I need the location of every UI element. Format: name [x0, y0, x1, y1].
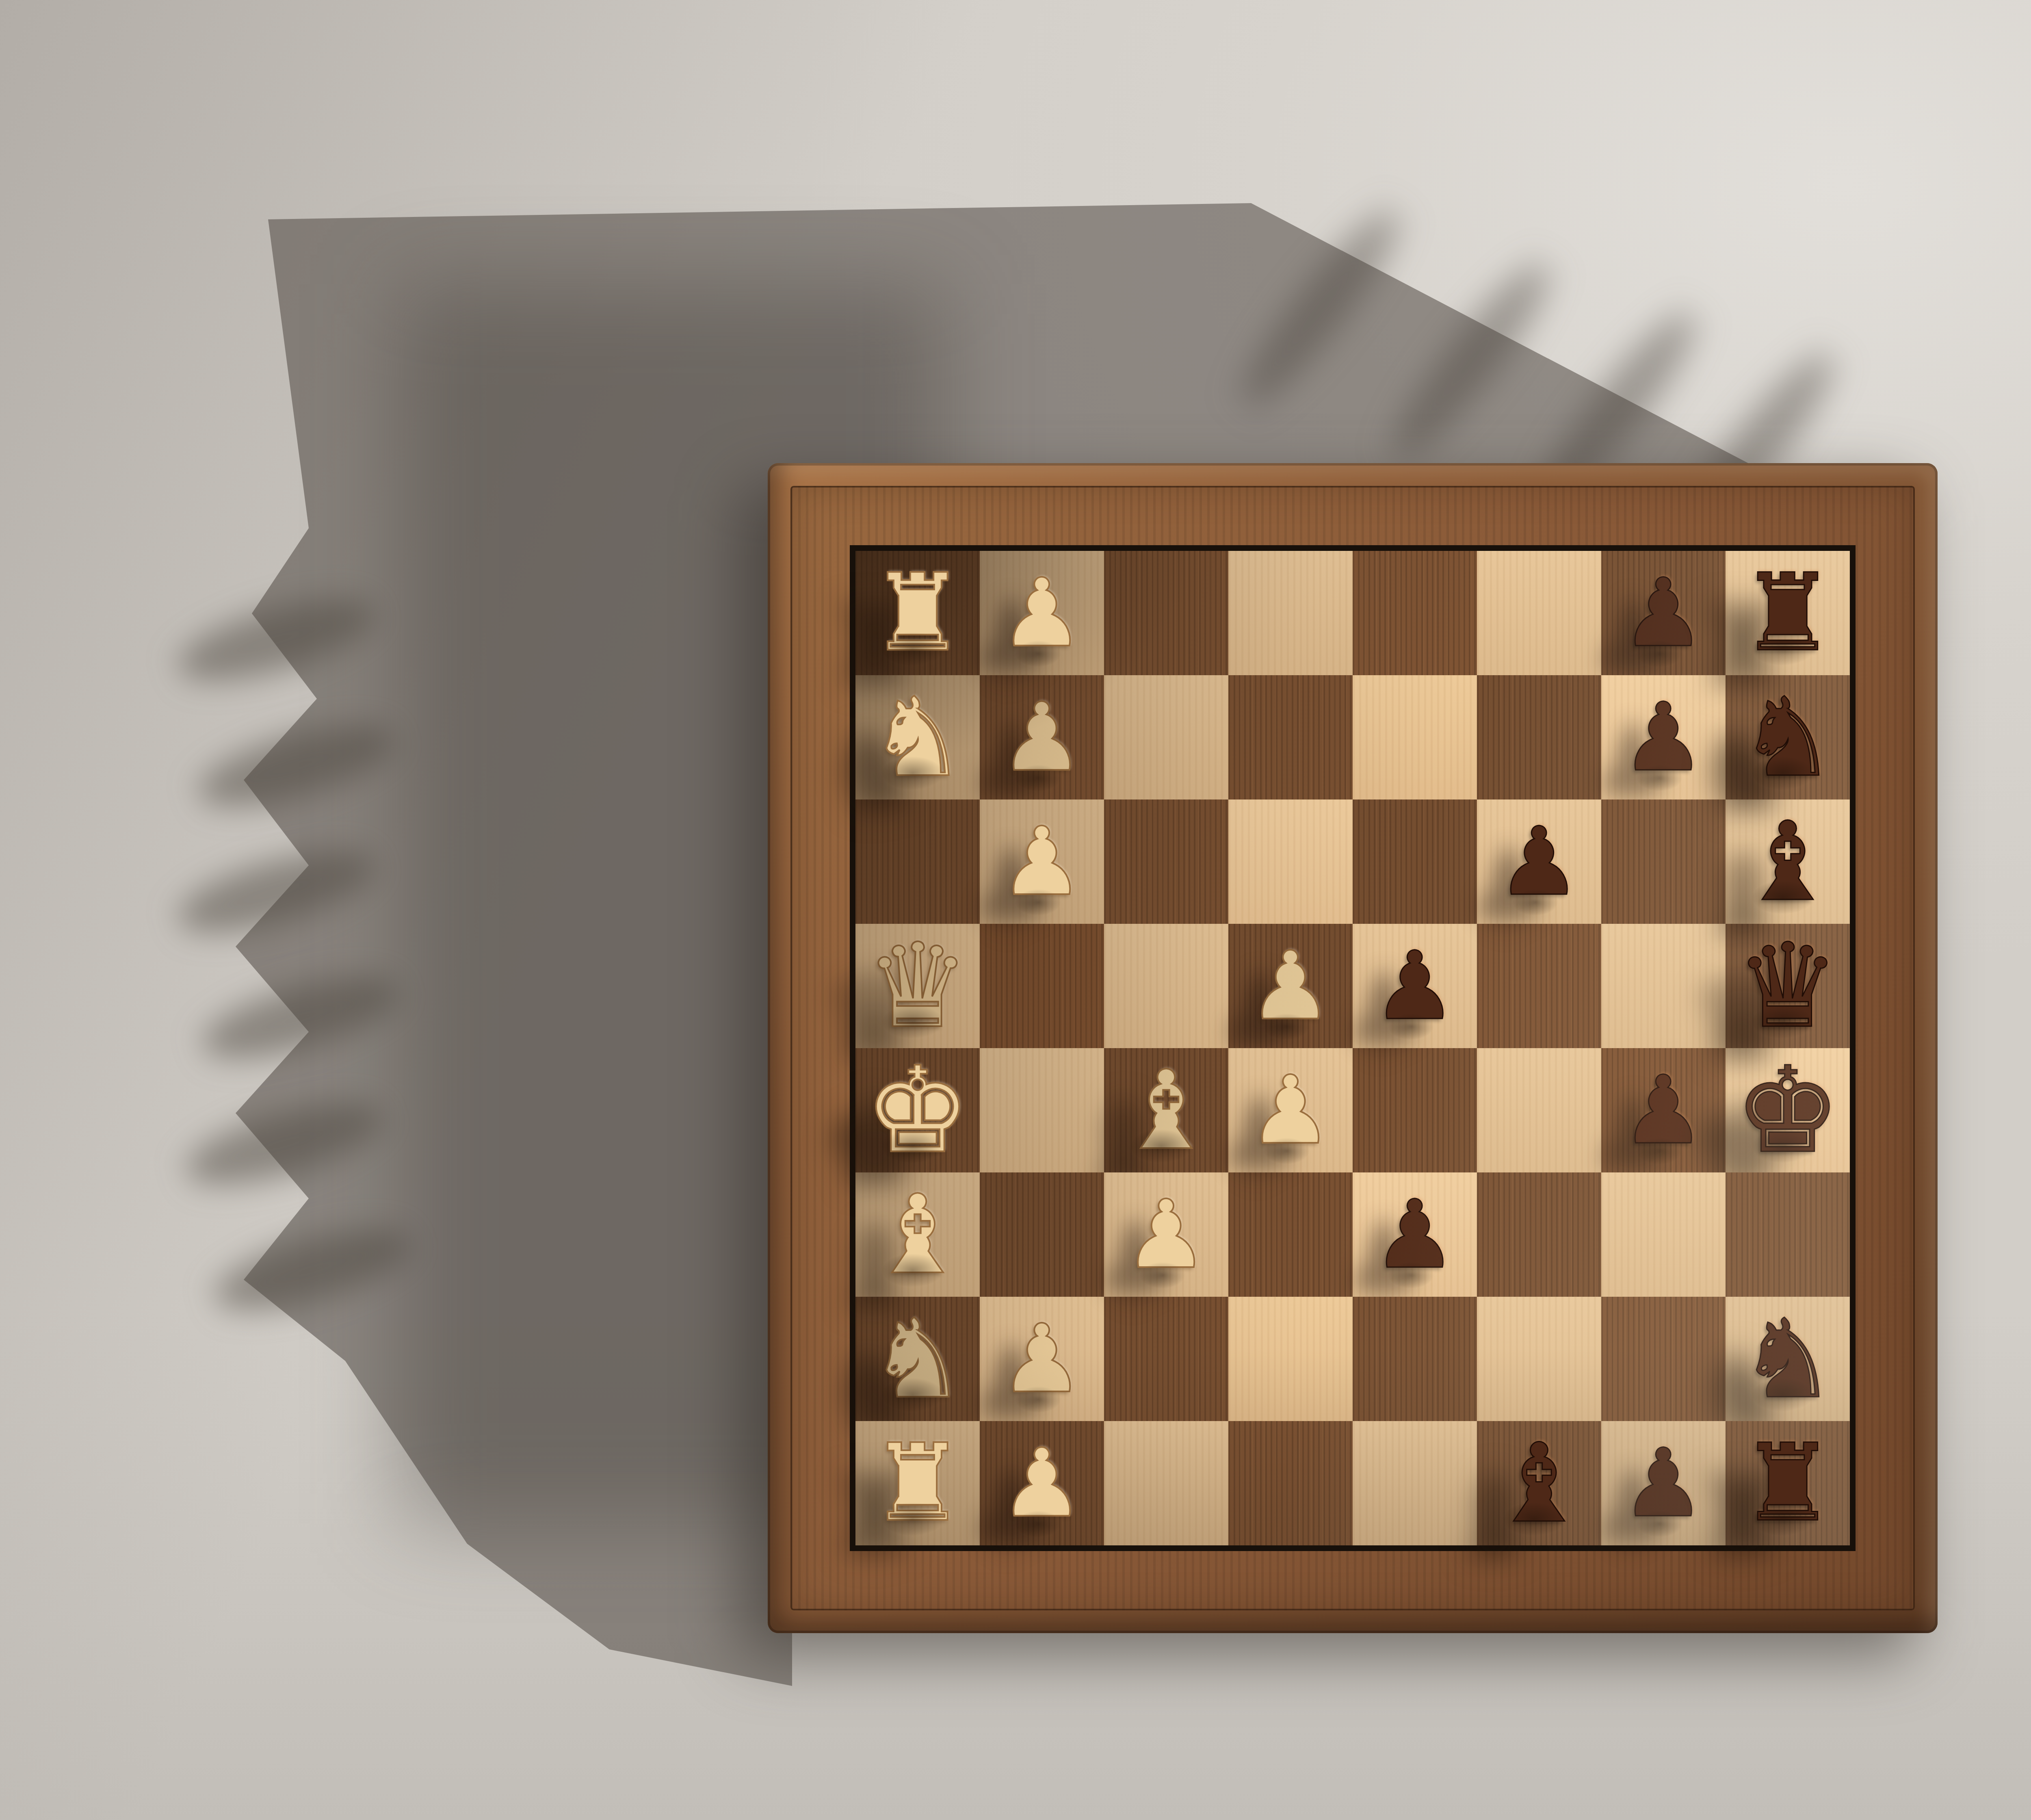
- piece-white-pawn: ♟: [980, 1421, 1104, 1545]
- square-e5: [1353, 1048, 1477, 1172]
- square-h6: ♝: [1477, 1421, 1601, 1545]
- square-b6: [1477, 675, 1601, 799]
- square-a8: ♜: [1726, 551, 1850, 675]
- square-a4: [1228, 551, 1353, 675]
- square-e6: [1477, 1048, 1601, 1172]
- square-e3: ♝: [1104, 1048, 1228, 1172]
- piece-white-rook: ♜: [855, 551, 980, 675]
- square-a5: [1353, 551, 1477, 675]
- square-f1: ♝: [855, 1172, 980, 1297]
- white-pawn-icon: ♟: [1000, 815, 1084, 909]
- square-h3: [1104, 1421, 1228, 1545]
- square-g5: [1353, 1297, 1477, 1421]
- black-bishop-icon: ♝: [1739, 807, 1836, 916]
- white-pawn-icon: ♟: [1248, 1063, 1333, 1157]
- white-knight-icon: ♞: [869, 683, 966, 792]
- square-h1: ♜: [855, 1421, 980, 1545]
- square-b5: [1353, 675, 1477, 799]
- square-g7: [1601, 1297, 1726, 1421]
- square-a6: [1477, 551, 1601, 675]
- square-a2: ♟: [980, 551, 1104, 675]
- white-pawn-icon: ♟: [1000, 690, 1084, 784]
- piece-black-pawn: ♟: [1353, 1172, 1477, 1297]
- square-g8: ♞: [1726, 1297, 1850, 1421]
- square-f8: [1726, 1172, 1850, 1297]
- square-d1: ♛: [855, 924, 980, 1048]
- black-pawn-icon: ♟: [1621, 1063, 1706, 1157]
- square-d4: ♟: [1228, 924, 1353, 1048]
- square-b1: ♞: [855, 675, 980, 799]
- piece-black-pawn: ♟: [1601, 1048, 1726, 1172]
- black-pawn-icon: ♟: [1621, 1436, 1706, 1530]
- white-knight-icon: ♞: [869, 1304, 966, 1413]
- square-g4: [1228, 1297, 1353, 1421]
- square-b4: [1228, 675, 1353, 799]
- square-b2: ♟: [980, 675, 1104, 799]
- black-pawn-icon: ♟: [1497, 815, 1581, 909]
- piece-white-knight: ♞: [855, 675, 980, 799]
- black-knight-icon: ♞: [1739, 683, 1836, 792]
- chess-board: ♜♟♟♜♞♟♟♞♟♟♝♛♟♟♛♚♝♟♟♚♝♟♟♞♟♞♜♟♝♟♜: [850, 545, 1856, 1551]
- square-f6: [1477, 1172, 1601, 1297]
- white-pawn-icon: ♟: [1000, 566, 1084, 660]
- black-pawn-icon: ♟: [1373, 939, 1457, 1033]
- piece-black-pawn: ♟: [1477, 799, 1601, 924]
- black-king-icon: ♚: [1734, 1051, 1841, 1170]
- white-pawn-icon: ♟: [1124, 1187, 1208, 1282]
- square-b3: [1104, 675, 1228, 799]
- square-f2: [980, 1172, 1104, 1297]
- square-d7: [1601, 924, 1726, 1048]
- square-a3: [1104, 551, 1228, 675]
- square-g2: ♟: [980, 1297, 1104, 1421]
- square-c8: ♝: [1726, 799, 1850, 924]
- square-d2: [980, 924, 1104, 1048]
- white-rook-icon: ♜: [870, 1430, 966, 1536]
- black-knight-icon: ♞: [1739, 1304, 1836, 1413]
- square-e4: ♟: [1228, 1048, 1353, 1172]
- square-e1: ♚: [855, 1048, 980, 1172]
- square-a1: ♜: [855, 551, 980, 675]
- white-queen-icon: ♛: [866, 928, 970, 1044]
- square-f5: ♟: [1353, 1172, 1477, 1297]
- square-f4: [1228, 1172, 1353, 1297]
- black-pawn-icon: ♟: [1373, 1187, 1457, 1282]
- piece-white-king: ♚: [855, 1048, 980, 1172]
- square-d5: ♟: [1353, 924, 1477, 1048]
- white-king-icon: ♚: [864, 1051, 971, 1170]
- piece-white-knight: ♞: [855, 1297, 980, 1421]
- square-e7: ♟: [1601, 1048, 1726, 1172]
- piece-black-bishop: ♝: [1726, 799, 1850, 924]
- square-b7: ♟: [1601, 675, 1726, 799]
- white-pawn-icon: ♟: [1248, 939, 1333, 1033]
- piece-black-pawn: ♟: [1353, 924, 1477, 1048]
- piece-white-pawn: ♟: [980, 551, 1104, 675]
- square-c5: [1353, 799, 1477, 924]
- square-d3: [1104, 924, 1228, 1048]
- piece-black-rook: ♜: [1726, 551, 1850, 675]
- square-c6: ♟: [1477, 799, 1601, 924]
- black-rook-icon: ♜: [1740, 560, 1836, 666]
- white-pawn-icon: ♟: [1000, 1436, 1084, 1530]
- white-bishop-icon: ♝: [869, 1180, 966, 1289]
- square-g6: [1477, 1297, 1601, 1421]
- black-rook-icon: ♜: [1740, 1430, 1836, 1536]
- square-f7: [1601, 1172, 1726, 1297]
- piece-white-pawn: ♟: [1104, 1172, 1228, 1297]
- square-c7: [1601, 799, 1726, 924]
- piece-white-queen: ♛: [855, 924, 980, 1048]
- piece-black-rook: ♜: [1726, 1421, 1850, 1545]
- chess-board-frame: ♜♟♟♜♞♟♟♞♟♟♝♛♟♟♛♚♝♟♟♚♝♟♟♞♟♞♜♟♝♟♜: [768, 463, 1938, 1633]
- piece-white-pawn: ♟: [1228, 924, 1353, 1048]
- piece-white-pawn: ♟: [1228, 1048, 1353, 1172]
- square-h4: [1228, 1421, 1353, 1545]
- square-e2: [980, 1048, 1104, 1172]
- piece-black-knight: ♞: [1726, 1297, 1850, 1421]
- square-c2: ♟: [980, 799, 1104, 924]
- square-f3: ♟: [1104, 1172, 1228, 1297]
- square-h7: ♟: [1601, 1421, 1726, 1545]
- square-h2: ♟: [980, 1421, 1104, 1545]
- black-pawn-icon: ♟: [1621, 566, 1706, 660]
- piece-black-pawn: ♟: [1601, 1421, 1726, 1545]
- piece-black-queen: ♛: [1726, 924, 1850, 1048]
- square-b8: ♞: [1726, 675, 1850, 799]
- square-c1: [855, 799, 980, 924]
- piece-black-knight: ♞: [1726, 675, 1850, 799]
- piece-white-rook: ♜: [855, 1421, 980, 1545]
- piece-white-pawn: ♟: [980, 1297, 1104, 1421]
- black-pawn-icon: ♟: [1621, 690, 1706, 784]
- piece-white-pawn: ♟: [980, 799, 1104, 924]
- piece-black-bishop: ♝: [1477, 1421, 1601, 1545]
- chess-board-border: ♜♟♟♜♞♟♟♞♟♟♝♛♟♟♛♚♝♟♟♚♝♟♟♞♟♞♜♟♝♟♜: [790, 486, 1915, 1610]
- square-c4: [1228, 799, 1353, 924]
- white-bishop-icon: ♝: [1117, 1056, 1215, 1165]
- square-d8: ♛: [1726, 924, 1850, 1048]
- photo-scene: ♜♟♟♜♞♟♟♞♟♟♝♛♟♟♛♚♝♟♟♚♝♟♟♞♟♞♜♟♝♟♜: [0, 0, 2031, 1820]
- square-h5: [1353, 1421, 1477, 1545]
- white-rook-icon: ♜: [870, 560, 966, 666]
- piece-white-bishop: ♝: [1104, 1048, 1228, 1172]
- square-h8: ♜: [1726, 1421, 1850, 1545]
- square-a7: ♟: [1601, 551, 1726, 675]
- square-e8: ♚: [1726, 1048, 1850, 1172]
- piece-black-pawn: ♟: [1601, 675, 1726, 799]
- white-pawn-icon: ♟: [1000, 1312, 1084, 1406]
- square-d6: [1477, 924, 1601, 1048]
- square-g1: ♞: [855, 1297, 980, 1421]
- black-queen-icon: ♛: [1736, 928, 1840, 1044]
- square-c3: [1104, 799, 1228, 924]
- square-g3: [1104, 1297, 1228, 1421]
- piece-black-pawn: ♟: [1601, 551, 1726, 675]
- piece-black-king: ♚: [1726, 1048, 1850, 1172]
- piece-white-bishop: ♝: [855, 1172, 980, 1297]
- piece-white-pawn: ♟: [980, 675, 1104, 799]
- black-bishop-icon: ♝: [1490, 1429, 1588, 1538]
